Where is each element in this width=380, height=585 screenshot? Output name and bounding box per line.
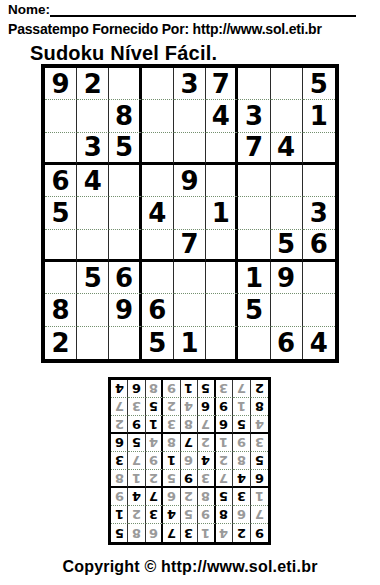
solution-cell-r3c4: 8 xyxy=(198,488,215,506)
solution-cell-r5c5: 6 xyxy=(181,452,198,470)
puzzle-cell-r1c6: 7 xyxy=(206,68,238,100)
solution-cell-r5c3: 2 xyxy=(216,452,233,470)
puzzle-cell-r2c2[interactable] xyxy=(77,100,109,132)
solution-cell-r1c4: 1 xyxy=(198,524,215,542)
puzzle-cell-r6c7[interactable] xyxy=(238,230,270,262)
puzzle-cell-r8c2[interactable] xyxy=(77,294,109,326)
puzzle-cell-r7c4[interactable] xyxy=(142,262,174,294)
solution-cell-r2c5: 5 xyxy=(181,506,198,524)
puzzle-cell-r7c2: 5 xyxy=(77,262,109,294)
solution-cell-r4c2: 4 xyxy=(233,470,250,488)
solution-cell-r7c1: 4 xyxy=(251,416,268,434)
puzzle-cell-r4c9[interactable] xyxy=(303,165,335,197)
provider-text: Passatempo Fornecido Por: http://www.sol… xyxy=(8,21,372,37)
puzzle-cell-r2c9: 1 xyxy=(303,100,335,132)
solution-cell-r6c6: 8 xyxy=(163,434,180,452)
solution-cell-r3c2: 3 xyxy=(233,488,250,506)
solution-cell-r7c3: 6 xyxy=(216,416,233,434)
puzzle-cell-r4c4[interactable] xyxy=(142,165,174,197)
solution-cell-r9c9: 4 xyxy=(111,380,128,398)
solution-cell-r5c4: 4 xyxy=(198,452,215,470)
puzzle-cell-r7c1[interactable] xyxy=(45,262,77,294)
solution-cell-r6c3: 1 xyxy=(216,434,233,452)
solution-cell-r4c4: 3 xyxy=(198,470,215,488)
solution-cell-r3c9: 9 xyxy=(111,488,128,506)
puzzle-cell-r5c1: 5 xyxy=(45,197,77,229)
puzzle-cell-r6c3[interactable] xyxy=(109,230,141,262)
puzzle-cell-r7c9[interactable] xyxy=(303,262,335,294)
puzzle-cell-r9c2[interactable] xyxy=(77,327,109,359)
solution-cell-r4c7: 2 xyxy=(146,470,163,488)
solution-cell-r5c1: 5 xyxy=(251,452,268,470)
name-blank-line xyxy=(50,4,356,17)
puzzle-cell-r9c5: 1 xyxy=(174,327,206,359)
solution-cell-r1c3: 4 xyxy=(216,524,233,542)
puzzle-cell-r5c6: 1 xyxy=(206,197,238,229)
page-title: Sudoku Nível Fácil. xyxy=(30,42,372,65)
puzzle-cell-r7c6[interactable] xyxy=(206,262,238,294)
puzzle-cell-r5c2[interactable] xyxy=(77,197,109,229)
puzzle-cell-r8c8[interactable] xyxy=(271,294,303,326)
puzzle-cell-r6c8: 5 xyxy=(271,230,303,262)
puzzle-cell-r4c2: 4 xyxy=(77,165,109,197)
puzzle-cell-r5c5[interactable] xyxy=(174,197,206,229)
copyright-text: Copyright © http://www.sol.eti.br xyxy=(0,558,380,576)
solution-cell-r6c9: 6 xyxy=(111,434,128,452)
solution-cell-r6c2: 9 xyxy=(233,434,250,452)
solution-cell-r9c4: 5 xyxy=(198,380,215,398)
puzzle-cell-r3c6[interactable] xyxy=(206,133,238,165)
solution-cell-r5c2: 8 xyxy=(233,452,250,470)
puzzle-cell-r2c4[interactable] xyxy=(142,100,174,132)
solution-cell-r8c2: 1 xyxy=(233,398,250,416)
puzzle-cell-r3c3: 5 xyxy=(109,133,141,165)
puzzle-cell-r5c8[interactable] xyxy=(271,197,303,229)
solution-cell-r9c7: 8 xyxy=(146,380,163,398)
puzzle-cell-r4c1: 6 xyxy=(45,165,77,197)
solution-cell-r8c9: 7 xyxy=(111,398,128,416)
puzzle-cell-r3c1[interactable] xyxy=(45,133,77,165)
solution-cell-r8c3: 9 xyxy=(216,398,233,416)
name-row: Nome: xyxy=(8,2,372,17)
puzzle-cell-r5c4: 4 xyxy=(142,197,174,229)
page-header: Nome: Passatempo Fornecido Por: http://w… xyxy=(0,0,380,65)
solution-cell-r3c5: 2 xyxy=(181,488,198,506)
solution-cell-r2c3: 8 xyxy=(216,506,233,524)
solution-cell-r8c7: 5 xyxy=(146,398,163,416)
puzzle-cell-r2c5[interactable] xyxy=(174,100,206,132)
solution-cell-r8c8: 3 xyxy=(128,398,145,416)
puzzle-cell-r8c3: 9 xyxy=(109,294,141,326)
puzzle-cell-r9c4: 5 xyxy=(142,327,174,359)
solution-cell-r3c6: 6 xyxy=(163,488,180,506)
puzzle-cell-r3c5[interactable] xyxy=(174,133,206,165)
solution-cell-r8c4: 6 xyxy=(198,398,215,416)
solution-cell-r5c8: 7 xyxy=(128,452,145,470)
solution-cell-r1c8: 8 xyxy=(128,524,145,542)
puzzle-cell-r7c8: 9 xyxy=(271,262,303,294)
puzzle-cell-r1c4[interactable] xyxy=(142,68,174,100)
puzzle-cell-r1c3[interactable] xyxy=(109,68,141,100)
solution-cell-r9c3: 3 xyxy=(216,380,233,398)
puzzle-cell-r5c7[interactable] xyxy=(238,197,270,229)
solution-cell-r7c8: 9 xyxy=(128,416,145,434)
solution-cell-r1c5: 3 xyxy=(181,524,198,542)
solution-cell-r7c9: 2 xyxy=(111,416,128,434)
puzzle-cell-r8c4: 6 xyxy=(142,294,174,326)
puzzle-cell-r4c3[interactable] xyxy=(109,165,141,197)
puzzle-cell-r1c8[interactable] xyxy=(271,68,303,100)
puzzle-cell-r8c7: 5 xyxy=(238,294,270,326)
puzzle-cell-r2c8[interactable] xyxy=(271,100,303,132)
solution-cell-r1c1: 9 xyxy=(251,524,268,542)
solution-grid: 4689153727352469182913876546548721933791… xyxy=(108,377,271,545)
puzzle-cell-r1c5: 3 xyxy=(174,68,206,100)
puzzle-cell-r6c5: 7 xyxy=(174,230,206,262)
solution-cell-r5c9: 3 xyxy=(111,452,128,470)
puzzle-cell-r1c2: 2 xyxy=(77,68,109,100)
puzzle-cell-r5c3[interactable] xyxy=(109,197,141,229)
solution-cell-r8c6: 2 xyxy=(163,398,180,416)
solution-cell-r6c8: 5 xyxy=(128,434,145,452)
puzzle-cell-r3c9[interactable] xyxy=(303,133,335,165)
solution-cell-r2c4: 9 xyxy=(198,506,215,524)
puzzle-cell-r4c6[interactable] xyxy=(206,165,238,197)
solution-cell-r4c3: 7 xyxy=(216,470,233,488)
puzzle-cell-r6c9: 6 xyxy=(303,230,335,262)
solution-cell-r7c4: 7 xyxy=(198,416,215,434)
puzzle-cell-r9c8: 6 xyxy=(271,327,303,359)
puzzle-cell-r2c3: 8 xyxy=(109,100,141,132)
puzzle-cell-r6c6[interactable] xyxy=(206,230,238,262)
solution-cell-r6c5: 7 xyxy=(181,434,198,452)
puzzle-cell-r3c8: 4 xyxy=(271,133,303,165)
puzzle-cell-r6c1[interactable] xyxy=(45,230,77,262)
puzzle-cell-r8c6[interactable] xyxy=(206,294,238,326)
puzzle-cell-r1c7[interactable] xyxy=(238,68,270,100)
puzzle-cell-r9c3[interactable] xyxy=(109,327,141,359)
solution-cell-r1c7: 6 xyxy=(146,524,163,542)
solution-cell-r9c8: 6 xyxy=(128,380,145,398)
solution-cell-r1c2: 2 xyxy=(233,524,250,542)
puzzle-cell-r4c5: 9 xyxy=(174,165,206,197)
solution-cell-r2c9: 1 xyxy=(111,506,128,524)
solution-cell-r4c1: 6 xyxy=(251,470,268,488)
puzzle-cell-r9c1: 2 xyxy=(45,327,77,359)
puzzle-cell-r2c6: 4 xyxy=(206,100,238,132)
puzzle-cell-r4c8[interactable] xyxy=(271,165,303,197)
solution-cell-r2c1: 7 xyxy=(251,506,268,524)
solution-cell-r3c7: 7 xyxy=(146,488,163,506)
solution-cell-r7c7: 1 xyxy=(146,416,163,434)
solution-cell-r4c5: 9 xyxy=(181,470,198,488)
solution-cell-r9c5: 1 xyxy=(181,380,198,398)
solution-cell-r5c7: 9 xyxy=(146,452,163,470)
solution-cell-r6c7: 4 xyxy=(146,434,163,452)
puzzle-cell-r9c6[interactable] xyxy=(206,327,238,359)
puzzle-cell-r9c9: 4 xyxy=(303,327,335,359)
puzzle-grid: 923758431357464954137565619896525164 xyxy=(41,64,339,363)
solution-cell-r2c2: 6 xyxy=(233,506,250,524)
puzzle-cell-r5c9: 3 xyxy=(303,197,335,229)
puzzle-cell-r2c1[interactable] xyxy=(45,100,77,132)
puzzle-cell-r7c3: 6 xyxy=(109,262,141,294)
solution-cell-r3c8: 4 xyxy=(128,488,145,506)
puzzle-cell-r3c2: 3 xyxy=(77,133,109,165)
puzzle-cell-r6c2[interactable] xyxy=(77,230,109,262)
puzzle-cell-r8c9[interactable] xyxy=(303,294,335,326)
puzzle-cell-r2c7: 3 xyxy=(238,100,270,132)
solution-cell-r1c9: 5 xyxy=(111,524,128,542)
solution-cell-r4c9: 8 xyxy=(111,470,128,488)
puzzle-cell-r3c4[interactable] xyxy=(142,133,174,165)
name-label: Nome: xyxy=(8,2,50,17)
puzzle-cell-r3c7: 7 xyxy=(238,133,270,165)
solution-cell-r4c8: 1 xyxy=(128,470,145,488)
puzzle-cell-r8c5[interactable] xyxy=(174,294,206,326)
solution-cell-r9c2: 7 xyxy=(233,380,250,398)
solution-cell-r6c4: 2 xyxy=(198,434,215,452)
solution-cell-r6c1: 3 xyxy=(251,434,268,452)
solution-cell-r3c3: 5 xyxy=(216,488,233,506)
solution-cell-r7c2: 5 xyxy=(233,416,250,434)
puzzle-cell-r7c7: 1 xyxy=(238,262,270,294)
solution-cell-r3c1: 1 xyxy=(251,488,268,506)
solution-cell-r1c6: 7 xyxy=(163,524,180,542)
puzzle-cell-r8c1: 8 xyxy=(45,294,77,326)
puzzle-cell-r4c7[interactable] xyxy=(238,165,270,197)
solution-cell-r5c6: 1 xyxy=(163,452,180,470)
solution-cell-r9c6: 9 xyxy=(163,380,180,398)
solution-cell-r7c6: 3 xyxy=(163,416,180,434)
puzzle-cell-r7c5[interactable] xyxy=(174,262,206,294)
puzzle-cell-r1c9: 5 xyxy=(303,68,335,100)
solution-cell-r9c1: 2 xyxy=(251,380,268,398)
solution-cell-r2c8: 2 xyxy=(128,506,145,524)
solution-cell-r8c5: 4 xyxy=(181,398,198,416)
solution-cell-r2c6: 4 xyxy=(163,506,180,524)
puzzle-cell-r1c1: 9 xyxy=(45,68,77,100)
solution-cell-r7c5: 8 xyxy=(181,416,198,434)
solution-cell-r8c1: 8 xyxy=(251,398,268,416)
solution-cell-r4c6: 5 xyxy=(163,470,180,488)
solution-cell-r2c7: 3 xyxy=(146,506,163,524)
puzzle-cell-r6c4[interactable] xyxy=(142,230,174,262)
puzzle-cell-r9c7[interactable] xyxy=(238,327,270,359)
